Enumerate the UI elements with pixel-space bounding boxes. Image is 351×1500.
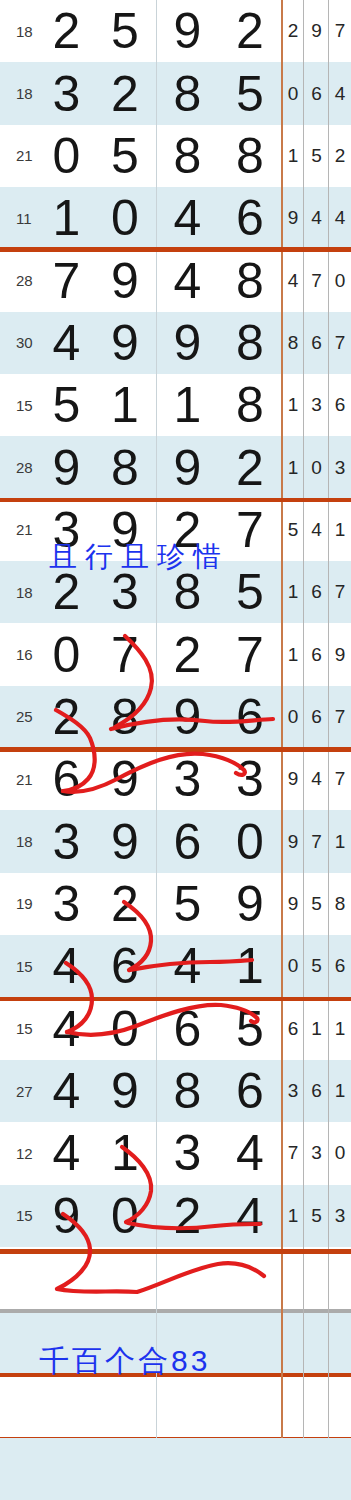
drawn-digit: 4 bbox=[40, 1122, 92, 1184]
drawn-digit: 2 bbox=[217, 0, 282, 62]
drawn-digit: 1 bbox=[217, 935, 282, 997]
drawn-digit: 4 bbox=[157, 935, 217, 997]
ref-digit: 0 bbox=[304, 436, 329, 498]
ref-digit: 4 bbox=[329, 62, 351, 124]
blue-note-text: 且行且珍惜 bbox=[49, 538, 229, 576]
ref-digit: 7 bbox=[329, 561, 351, 623]
draw-row: 124134730 bbox=[0, 1122, 351, 1184]
drawn-digit: 4 bbox=[40, 998, 92, 1060]
drawn-digit: 0 bbox=[92, 1185, 157, 1247]
sum-value: 28 bbox=[0, 436, 40, 498]
draw-row: 160727169 bbox=[0, 623, 351, 685]
ref-digit: 1 bbox=[282, 436, 304, 498]
sum-value: 21 bbox=[0, 125, 40, 187]
ref-digit: 8 bbox=[282, 312, 304, 374]
sum-value: 21 bbox=[0, 748, 40, 810]
drawn-digit: 0 bbox=[92, 187, 157, 249]
drawn-digit: 9 bbox=[40, 436, 92, 498]
drawn-digit: 9 bbox=[157, 0, 217, 62]
drawn-digit: 5 bbox=[157, 873, 217, 935]
drawn-digit: 8 bbox=[157, 125, 217, 187]
drawn-digit: 5 bbox=[92, 0, 157, 62]
drawn-digit: 4 bbox=[157, 249, 217, 311]
drawn-digit: 3 bbox=[217, 748, 282, 810]
drawn-digit: 8 bbox=[217, 374, 282, 436]
ref-digit: 2 bbox=[282, 0, 304, 62]
drawn-digit: 9 bbox=[92, 312, 157, 374]
draw-row: 154641056 bbox=[0, 935, 351, 997]
ref-digit: 6 bbox=[282, 998, 304, 1060]
drawn-digit: 9 bbox=[157, 436, 217, 498]
ref-digit: 6 bbox=[304, 623, 329, 685]
drawn-digit: 6 bbox=[217, 1060, 282, 1122]
sum-value: 11 bbox=[0, 187, 40, 249]
draw-row: 210588152 bbox=[0, 125, 351, 187]
ref-digit: 9 bbox=[282, 748, 304, 810]
lottery-chart-board: 1825922971832850642105881521110469442879… bbox=[0, 0, 351, 1500]
sum-value: 18 bbox=[0, 561, 40, 623]
draw-row: 183960971 bbox=[0, 810, 351, 872]
ref-digit: 5 bbox=[304, 873, 329, 935]
drawn-digit: 5 bbox=[40, 374, 92, 436]
ref-digit: 9 bbox=[304, 0, 329, 62]
drawn-digit: 3 bbox=[40, 873, 92, 935]
drawn-digit: 6 bbox=[157, 810, 217, 872]
draw-row: 182592297 bbox=[0, 0, 351, 62]
drawn-digit: 2 bbox=[157, 623, 217, 685]
drawn-digit: 2 bbox=[92, 62, 157, 124]
ref-digit: 4 bbox=[304, 748, 329, 810]
drawn-digit: 4 bbox=[157, 187, 217, 249]
draw-row: 274986361 bbox=[0, 1060, 351, 1122]
ref-digit: 9 bbox=[282, 810, 304, 872]
ref-digit: 4 bbox=[304, 499, 329, 561]
drawn-digit: 8 bbox=[92, 436, 157, 498]
ref-digit: 7 bbox=[304, 249, 329, 311]
ref-digit: 1 bbox=[282, 125, 304, 187]
drawn-digit: 8 bbox=[217, 312, 282, 374]
ref-digit: 0 bbox=[329, 1122, 351, 1184]
ref-digit: 3 bbox=[329, 1185, 351, 1247]
draw-row: 183285064 bbox=[0, 62, 351, 124]
draw-row: 154065611 bbox=[0, 998, 351, 1060]
sum-value: 25 bbox=[0, 686, 40, 748]
drawn-digit: 1 bbox=[40, 187, 92, 249]
drawn-digit: 6 bbox=[40, 748, 92, 810]
draw-row: 289892103 bbox=[0, 436, 351, 498]
drawn-digit: 2 bbox=[217, 436, 282, 498]
ref-digit: 1 bbox=[329, 499, 351, 561]
sum-value: 15 bbox=[0, 1185, 40, 1247]
ref-digit: 2 bbox=[329, 125, 351, 187]
ref-digit: 1 bbox=[282, 1185, 304, 1247]
sum-value: 15 bbox=[0, 998, 40, 1060]
ref-digit: 9 bbox=[282, 187, 304, 249]
drawn-digit: 6 bbox=[217, 686, 282, 748]
drawn-digit: 6 bbox=[92, 935, 157, 997]
draw-row: 252896067 bbox=[0, 686, 351, 748]
ref-digit: 3 bbox=[304, 1122, 329, 1184]
ref-digit: 1 bbox=[329, 998, 351, 1060]
drawn-digit: 2 bbox=[40, 0, 92, 62]
ref-digit: 6 bbox=[304, 686, 329, 748]
ref-digit: 6 bbox=[329, 935, 351, 997]
ref-digit: 7 bbox=[329, 312, 351, 374]
drawn-digit: 3 bbox=[40, 62, 92, 124]
ref-digit: 6 bbox=[304, 1060, 329, 1122]
drawn-digit: 2 bbox=[40, 686, 92, 748]
sum-value: 30 bbox=[0, 312, 40, 374]
ref-digit: 1 bbox=[282, 561, 304, 623]
ref-digit: 5 bbox=[304, 125, 329, 187]
drawn-digit: 8 bbox=[217, 125, 282, 187]
drawn-digit: 9 bbox=[157, 686, 217, 748]
drawn-digit: 0 bbox=[40, 125, 92, 187]
ref-digit: 5 bbox=[282, 499, 304, 561]
drawn-digit: 1 bbox=[157, 374, 217, 436]
draw-row: 304998867 bbox=[0, 312, 351, 374]
draw-rows-table: 1825922971832850642105881521110469442879… bbox=[0, 0, 351, 1247]
ref-digit: 3 bbox=[282, 1060, 304, 1122]
blue-footer-note-text: 千百个合83 bbox=[39, 1341, 210, 1382]
ref-digit: 5 bbox=[304, 1185, 329, 1247]
drawn-digit: 7 bbox=[40, 249, 92, 311]
ref-digit: 4 bbox=[282, 249, 304, 311]
ref-digit: 4 bbox=[329, 187, 351, 249]
drawn-digit: 9 bbox=[40, 1185, 92, 1247]
ref-digit: 1 bbox=[282, 374, 304, 436]
sum-value: 27 bbox=[0, 1060, 40, 1122]
ref-digit: 1 bbox=[329, 810, 351, 872]
drawn-digit: 9 bbox=[157, 312, 217, 374]
draw-row: 216933947 bbox=[0, 748, 351, 810]
sum-value: 18 bbox=[0, 810, 40, 872]
empty-footer-row bbox=[0, 1377, 351, 1437]
ref-digit: 4 bbox=[304, 187, 329, 249]
drawn-digit: 8 bbox=[217, 249, 282, 311]
drawn-digit: 9 bbox=[92, 748, 157, 810]
drawn-digit: 6 bbox=[157, 998, 217, 1060]
empty-next-draw-row bbox=[0, 1247, 351, 1309]
drawn-digit: 2 bbox=[157, 1185, 217, 1247]
drawn-digit: 4 bbox=[217, 1185, 282, 1247]
ref-digit: 6 bbox=[304, 312, 329, 374]
drawn-digit: 4 bbox=[40, 935, 92, 997]
ref-digit: 7 bbox=[329, 748, 351, 810]
sum-value: 12 bbox=[0, 1122, 40, 1184]
sum-value: 18 bbox=[0, 0, 40, 62]
drawn-digit: 1 bbox=[92, 1122, 157, 1184]
ref-digit: 8 bbox=[329, 873, 351, 935]
ref-digit: 7 bbox=[329, 686, 351, 748]
drawn-digit: 1 bbox=[92, 374, 157, 436]
drawn-digit: 9 bbox=[92, 1060, 157, 1122]
drawn-digit: 8 bbox=[157, 1060, 217, 1122]
ref-digit: 1 bbox=[329, 1060, 351, 1122]
sum-value: 15 bbox=[0, 935, 40, 997]
drawn-digit: 9 bbox=[217, 873, 282, 935]
drawn-digit: 6 bbox=[217, 187, 282, 249]
ref-digit: 0 bbox=[282, 686, 304, 748]
drawn-digit: 9 bbox=[92, 249, 157, 311]
ref-digit: 7 bbox=[304, 810, 329, 872]
sum-value: 18 bbox=[0, 62, 40, 124]
ref-digit: 3 bbox=[304, 374, 329, 436]
footer-band bbox=[0, 1438, 351, 1500]
sum-value: 15 bbox=[0, 374, 40, 436]
ref-digit: 1 bbox=[304, 998, 329, 1060]
ref-digit: 6 bbox=[304, 62, 329, 124]
drawn-digit: 8 bbox=[92, 686, 157, 748]
sum-value: 28 bbox=[0, 249, 40, 311]
draw-row: 111046944 bbox=[0, 187, 351, 249]
drawn-digit: 4 bbox=[40, 1060, 92, 1122]
ref-digit: 6 bbox=[329, 374, 351, 436]
drawn-digit: 3 bbox=[157, 1122, 217, 1184]
drawn-digit: 4 bbox=[40, 312, 92, 374]
drawn-digit: 7 bbox=[92, 623, 157, 685]
drawn-digit: 5 bbox=[92, 125, 157, 187]
draw-row: 159024153 bbox=[0, 1185, 351, 1247]
drawn-digit: 7 bbox=[217, 623, 282, 685]
drawn-digit: 8 bbox=[157, 62, 217, 124]
drawn-digit: 4 bbox=[217, 1122, 282, 1184]
drawn-digit: 3 bbox=[40, 810, 92, 872]
ref-digit: 1 bbox=[282, 623, 304, 685]
drawn-digit: 9 bbox=[92, 810, 157, 872]
ref-digit: 7 bbox=[282, 1122, 304, 1184]
draw-row: 155118136 bbox=[0, 374, 351, 436]
sum-value: 21 bbox=[0, 499, 40, 561]
drawn-digit: 3 bbox=[157, 748, 217, 810]
drawn-digit: 2 bbox=[92, 873, 157, 935]
sum-value: 16 bbox=[0, 623, 40, 685]
ref-digit: 7 bbox=[329, 0, 351, 62]
draw-row: 193259958 bbox=[0, 873, 351, 935]
ref-digit: 9 bbox=[282, 873, 304, 935]
ref-digit: 5 bbox=[304, 935, 329, 997]
ref-digit: 6 bbox=[304, 561, 329, 623]
drawn-digit: 0 bbox=[40, 623, 92, 685]
ref-digit: 0 bbox=[282, 62, 304, 124]
ref-digit: 0 bbox=[282, 935, 304, 997]
ref-digit: 9 bbox=[329, 623, 351, 685]
ref-digit: 0 bbox=[329, 249, 351, 311]
sum-value: 19 bbox=[0, 873, 40, 935]
ref-digit: 3 bbox=[329, 436, 351, 498]
draw-row: 287948470 bbox=[0, 249, 351, 311]
drawn-digit: 5 bbox=[217, 998, 282, 1060]
drawn-digit: 0 bbox=[92, 998, 157, 1060]
drawn-digit: 0 bbox=[217, 810, 282, 872]
drawn-digit: 5 bbox=[217, 62, 282, 124]
